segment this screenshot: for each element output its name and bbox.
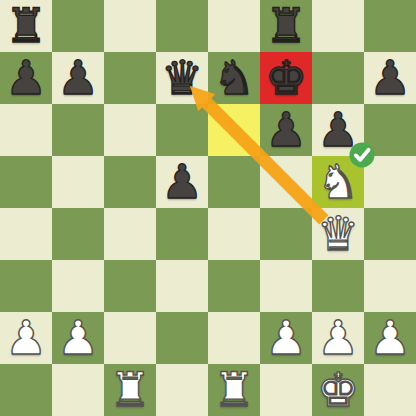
square-h3[interactable] — [364, 260, 416, 312]
square-a6[interactable] — [0, 104, 52, 156]
white-pawn[interactable]: ♟ — [317, 314, 359, 361]
square-g5[interactable]: ♞ — [312, 156, 364, 208]
white-king[interactable]: ♚ — [317, 366, 359, 413]
white-rook[interactable]: ♜ — [213, 366, 255, 413]
square-a2[interactable]: ♟ — [0, 312, 52, 364]
square-f6[interactable]: ♟ — [260, 104, 312, 156]
square-f2[interactable]: ♟ — [260, 312, 312, 364]
square-c2[interactable] — [104, 312, 156, 364]
black-pawn[interactable]: ♟ — [265, 106, 307, 153]
black-queen[interactable]: ♛ — [161, 54, 203, 101]
chess-board: ♜♜♟♟♛♞♚♟♟♟♟♞♛♟♟♟♟♟♜♜♚ — [0, 0, 416, 416]
black-king[interactable]: ♚ — [265, 54, 307, 101]
square-f1[interactable] — [260, 364, 312, 416]
black-pawn[interactable]: ♟ — [317, 106, 359, 153]
square-b2[interactable]: ♟ — [52, 312, 104, 364]
square-g6[interactable]: ♟ — [312, 104, 364, 156]
black-knight[interactable]: ♞ — [213, 54, 255, 101]
square-b7[interactable]: ♟ — [52, 52, 104, 104]
black-pawn[interactable]: ♟ — [57, 54, 99, 101]
square-a5[interactable] — [0, 156, 52, 208]
square-c3[interactable] — [104, 260, 156, 312]
square-d6[interactable] — [156, 104, 208, 156]
square-c1[interactable]: ♜ — [104, 364, 156, 416]
square-b5[interactable] — [52, 156, 104, 208]
square-c8[interactable] — [104, 0, 156, 52]
square-g3[interactable] — [312, 260, 364, 312]
square-d7[interactable]: ♛ — [156, 52, 208, 104]
white-queen[interactable]: ♛ — [317, 210, 359, 257]
square-f8[interactable]: ♜ — [260, 0, 312, 52]
square-c7[interactable] — [104, 52, 156, 104]
square-b3[interactable] — [52, 260, 104, 312]
square-g7[interactable] — [312, 52, 364, 104]
square-e2[interactable] — [208, 312, 260, 364]
square-e3[interactable] — [208, 260, 260, 312]
square-d5[interactable]: ♟ — [156, 156, 208, 208]
square-h7[interactable]: ♟ — [364, 52, 416, 104]
white-pawn[interactable]: ♟ — [369, 314, 411, 361]
square-e5[interactable] — [208, 156, 260, 208]
square-b6[interactable] — [52, 104, 104, 156]
square-a1[interactable] — [0, 364, 52, 416]
square-f7[interactable]: ♚ — [260, 52, 312, 104]
square-c4[interactable] — [104, 208, 156, 260]
square-h6[interactable] — [364, 104, 416, 156]
square-d4[interactable] — [156, 208, 208, 260]
square-h8[interactable] — [364, 0, 416, 52]
square-f5[interactable] — [260, 156, 312, 208]
square-g8[interactable] — [312, 0, 364, 52]
square-d2[interactable] — [156, 312, 208, 364]
square-e6[interactable] — [208, 104, 260, 156]
white-pawn[interactable]: ♟ — [5, 314, 47, 361]
white-pawn[interactable]: ♟ — [265, 314, 307, 361]
square-h4[interactable] — [364, 208, 416, 260]
square-h1[interactable] — [364, 364, 416, 416]
square-a4[interactable] — [0, 208, 52, 260]
black-pawn[interactable]: ♟ — [5, 54, 47, 101]
square-g2[interactable]: ♟ — [312, 312, 364, 364]
black-rook[interactable]: ♜ — [5, 2, 47, 49]
square-e7[interactable]: ♞ — [208, 52, 260, 104]
square-d8[interactable] — [156, 0, 208, 52]
square-e4[interactable] — [208, 208, 260, 260]
square-b1[interactable] — [52, 364, 104, 416]
white-pawn[interactable]: ♟ — [57, 314, 99, 361]
square-a8[interactable]: ♜ — [0, 0, 52, 52]
square-a3[interactable] — [0, 260, 52, 312]
square-h2[interactable]: ♟ — [364, 312, 416, 364]
square-b8[interactable] — [52, 0, 104, 52]
square-e1[interactable]: ♜ — [208, 364, 260, 416]
square-g4[interactable]: ♛ — [312, 208, 364, 260]
square-c6[interactable] — [104, 104, 156, 156]
chess-app: ♜♜♟♟♛♞♚♟♟♟♟♞♛♟♟♟♟♟♜♜♚ — [0, 0, 416, 416]
black-rook[interactable]: ♜ — [265, 2, 307, 49]
white-knight[interactable]: ♞ — [317, 158, 359, 205]
square-f4[interactable] — [260, 208, 312, 260]
square-h5[interactable] — [364, 156, 416, 208]
black-pawn[interactable]: ♟ — [369, 54, 411, 101]
square-b4[interactable] — [52, 208, 104, 260]
black-pawn[interactable]: ♟ — [161, 158, 203, 205]
square-g1[interactable]: ♚ — [312, 364, 364, 416]
square-a7[interactable]: ♟ — [0, 52, 52, 104]
white-rook[interactable]: ♜ — [109, 366, 151, 413]
square-d1[interactable] — [156, 364, 208, 416]
square-c5[interactable] — [104, 156, 156, 208]
square-e8[interactable] — [208, 0, 260, 52]
square-d3[interactable] — [156, 260, 208, 312]
square-f3[interactable] — [260, 260, 312, 312]
